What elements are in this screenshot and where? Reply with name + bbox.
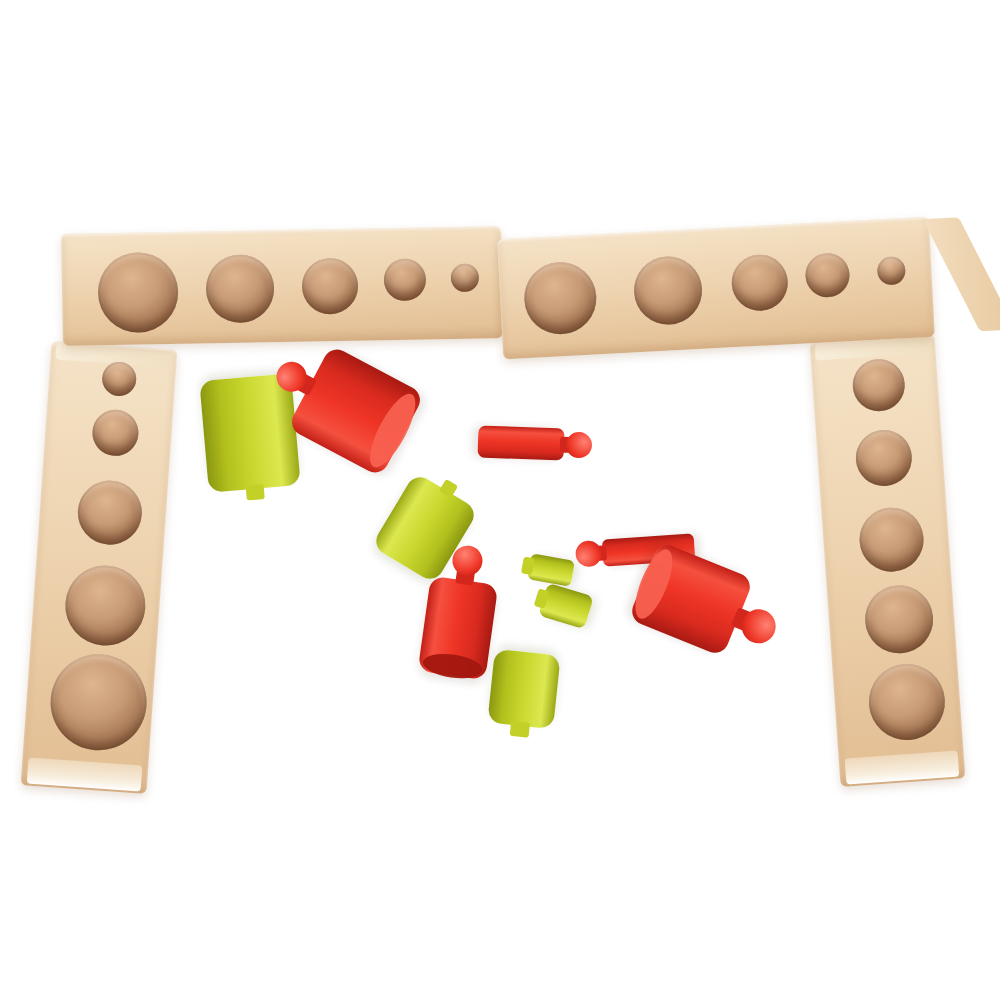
cylinder-lime-pin-b[interactable]	[538, 583, 594, 630]
socket-hole-right-vertical-5	[866, 661, 947, 742]
socket-hole-top-right-4	[804, 252, 850, 298]
socket-hole-left-vertical-4	[63, 563, 148, 648]
socket-hole-left-vertical-3	[76, 478, 144, 546]
socket-hole-right-vertical-3	[857, 506, 925, 574]
knob-ball	[755, 355, 786, 386]
knob-ball	[498, 547, 530, 579]
socket-hole-top-left-3	[302, 258, 359, 315]
socket-hole-right-vertical-4	[863, 583, 936, 656]
socket-hole-top-left-2	[205, 254, 274, 323]
knob-ball	[574, 540, 602, 568]
knob-ball	[240, 492, 273, 525]
socket-hole-top-right-3	[730, 253, 789, 312]
cylinder-yellow-md-b[interactable]	[745, 386, 811, 476]
socket-hole-left-vertical-5	[47, 651, 149, 753]
block-end-grain	[845, 751, 959, 785]
wood-block-right-vertical	[810, 334, 966, 787]
cylinder-lime-sm[interactable]	[487, 649, 560, 729]
socket-hole-top-right-5	[877, 256, 906, 285]
wood-block-top-right	[497, 217, 935, 359]
socket-hole-right-vertical-1	[851, 357, 907, 413]
socket-hole-top-left-4	[384, 258, 427, 301]
cylinder-blue-md-a[interactable]	[570, 369, 644, 432]
toy-scene	[0, 0, 1000, 1000]
cylinder-yellow-md-a[interactable]	[481, 360, 559, 436]
socket-hole-top-right-2	[632, 255, 703, 326]
socket-hole-left-vertical-2	[91, 408, 140, 457]
knob-ball	[500, 729, 535, 764]
wood-block-left-vertical	[21, 341, 178, 794]
cylinder-lime-xl[interactable]	[199, 373, 300, 493]
block-end-grain	[923, 217, 1000, 331]
cylinder-blue-sm[interactable]	[512, 455, 597, 515]
cylinder-blue-md-b[interactable]	[291, 575, 390, 668]
cylinder-blue-disc[interactable]	[226, 691, 337, 797]
socket-hole-top-right-1	[522, 260, 598, 336]
block-end-grain	[27, 758, 142, 792]
socket-hole-top-left-1	[97, 252, 178, 333]
wood-block-top-left	[61, 226, 503, 346]
cylinder-body	[745, 386, 811, 476]
socket-hole-left-vertical-1	[101, 361, 137, 397]
cylinder-red-md[interactable]	[418, 576, 499, 681]
cylinder-red-sm[interactable]	[477, 426, 564, 461]
socket-hole-right-vertical-2	[854, 428, 914, 488]
socket-hole-top-left-5	[451, 264, 479, 292]
cylinder-body	[477, 426, 564, 461]
